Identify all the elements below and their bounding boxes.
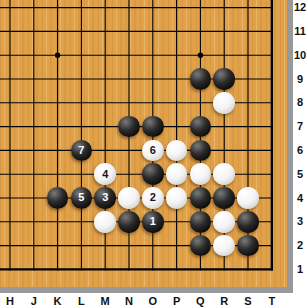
black-stone-R4[interactable] bbox=[213, 187, 235, 209]
column-label-O: O bbox=[144, 295, 162, 307]
intersection-R9[interactable] bbox=[212, 67, 236, 91]
black-stone-N3[interactable] bbox=[118, 211, 140, 233]
column-label-J: J bbox=[25, 295, 43, 307]
move-number-label: 5 bbox=[78, 192, 84, 203]
white-stone-N4[interactable] bbox=[118, 187, 140, 209]
intersection-N3[interactable] bbox=[117, 210, 141, 234]
black-stone-L4[interactable]: 5 bbox=[71, 187, 93, 209]
go-board-screenshot: 7531642 HJKLMNOPQRST121110987654321 bbox=[0, 0, 308, 308]
black-stone-Q2[interactable] bbox=[190, 235, 212, 257]
column-label-S: S bbox=[239, 295, 257, 307]
move-number-label: 2 bbox=[150, 192, 156, 203]
move-number-label: 7 bbox=[78, 145, 84, 156]
row-label-4: 4 bbox=[292, 192, 308, 204]
row-label-10: 10 bbox=[292, 49, 308, 61]
intersection-O5[interactable] bbox=[141, 162, 165, 186]
board-intersections: 7531642 bbox=[0, 0, 284, 281]
intersection-Q5[interactable] bbox=[188, 162, 212, 186]
row-label-5: 5 bbox=[292, 168, 308, 180]
row-label-12: 12 bbox=[292, 1, 308, 13]
black-stone-Q6[interactable] bbox=[190, 140, 212, 162]
black-stone-O7[interactable] bbox=[142, 116, 164, 138]
move-number-label: 1 bbox=[150, 216, 156, 227]
row-label-6: 6 bbox=[292, 144, 308, 156]
white-stone-O6[interactable]: 6 bbox=[142, 140, 164, 162]
intersection-Q2[interactable] bbox=[188, 234, 212, 258]
column-label-R: R bbox=[215, 295, 233, 307]
column-label-L: L bbox=[72, 295, 90, 307]
move-number-label: 6 bbox=[150, 145, 156, 156]
intersection-N7[interactable] bbox=[117, 115, 141, 139]
white-stone-R2[interactable] bbox=[213, 235, 235, 257]
intersection-O7[interactable] bbox=[141, 115, 165, 139]
intersection-Q7[interactable] bbox=[188, 115, 212, 139]
intersection-O3[interactable]: 1 bbox=[141, 210, 165, 234]
intersection-O4[interactable]: 2 bbox=[141, 186, 165, 210]
intersection-Q3[interactable] bbox=[188, 210, 212, 234]
row-label-2: 2 bbox=[292, 239, 308, 251]
black-stone-M4[interactable]: 3 bbox=[94, 187, 116, 209]
black-stone-Q9[interactable] bbox=[190, 68, 212, 90]
intersection-S4[interactable] bbox=[236, 186, 260, 210]
intersection-K4[interactable] bbox=[46, 186, 70, 210]
intersection-S3[interactable] bbox=[236, 210, 260, 234]
column-label-N: N bbox=[120, 295, 138, 307]
row-label-11: 11 bbox=[292, 25, 308, 37]
move-number-label: 4 bbox=[102, 169, 108, 180]
white-stone-R8[interactable] bbox=[213, 92, 235, 114]
intersection-M5[interactable]: 4 bbox=[93, 162, 117, 186]
intersection-L4[interactable]: 5 bbox=[70, 186, 94, 210]
white-stone-Q5[interactable] bbox=[190, 163, 212, 185]
row-label-8: 8 bbox=[292, 96, 308, 108]
intersection-Q4[interactable] bbox=[188, 186, 212, 210]
intersection-M4[interactable]: 3 bbox=[93, 186, 117, 210]
column-label-H: H bbox=[1, 295, 19, 307]
black-stone-L6[interactable]: 7 bbox=[71, 140, 93, 162]
white-stone-M5[interactable]: 4 bbox=[94, 163, 116, 185]
black-stone-S2[interactable] bbox=[237, 235, 259, 257]
intersection-P4[interactable] bbox=[165, 186, 189, 210]
white-stone-S4[interactable] bbox=[237, 187, 259, 209]
black-stone-O5[interactable] bbox=[142, 163, 164, 185]
intersection-P5[interactable] bbox=[165, 162, 189, 186]
intersection-R3[interactable] bbox=[212, 210, 236, 234]
intersection-R8[interactable] bbox=[212, 91, 236, 115]
black-stone-K4[interactable] bbox=[47, 187, 69, 209]
white-stone-R3[interactable] bbox=[213, 211, 235, 233]
row-label-1: 1 bbox=[292, 263, 308, 275]
column-label-K: K bbox=[49, 295, 67, 307]
black-stone-R9[interactable] bbox=[213, 68, 235, 90]
intersection-M3[interactable] bbox=[93, 210, 117, 234]
column-label-P: P bbox=[168, 295, 186, 307]
intersection-Q6[interactable] bbox=[188, 138, 212, 162]
black-stone-N7[interactable] bbox=[118, 116, 140, 138]
column-label-T: T bbox=[263, 295, 281, 307]
white-stone-O4[interactable]: 2 bbox=[142, 187, 164, 209]
black-stone-Q3[interactable] bbox=[190, 211, 212, 233]
intersection-R4[interactable] bbox=[212, 186, 236, 210]
black-stone-Q7[interactable] bbox=[190, 116, 212, 138]
move-number-label: 3 bbox=[102, 192, 108, 203]
intersection-O6[interactable]: 6 bbox=[141, 138, 165, 162]
intersection-R5[interactable] bbox=[212, 162, 236, 186]
black-stone-S3[interactable] bbox=[237, 211, 259, 233]
black-stone-Q4[interactable] bbox=[190, 187, 212, 209]
intersection-N4[interactable] bbox=[117, 186, 141, 210]
row-label-9: 9 bbox=[292, 73, 308, 85]
intersection-Q9[interactable] bbox=[188, 67, 212, 91]
white-stone-P5[interactable] bbox=[166, 163, 188, 185]
black-stone-O3[interactable]: 1 bbox=[142, 211, 164, 233]
white-stone-P6[interactable] bbox=[166, 140, 188, 162]
intersection-R2[interactable] bbox=[212, 234, 236, 258]
white-stone-M3[interactable] bbox=[94, 211, 116, 233]
white-stone-P4[interactable] bbox=[166, 187, 188, 209]
intersection-P6[interactable] bbox=[165, 138, 189, 162]
column-label-Q: Q bbox=[191, 295, 209, 307]
white-stone-R5[interactable] bbox=[213, 163, 235, 185]
intersection-L6[interactable]: 7 bbox=[70, 138, 94, 162]
row-label-7: 7 bbox=[292, 120, 308, 132]
column-label-M: M bbox=[96, 295, 114, 307]
intersection-S2[interactable] bbox=[236, 234, 260, 258]
row-label-3: 3 bbox=[292, 215, 308, 227]
